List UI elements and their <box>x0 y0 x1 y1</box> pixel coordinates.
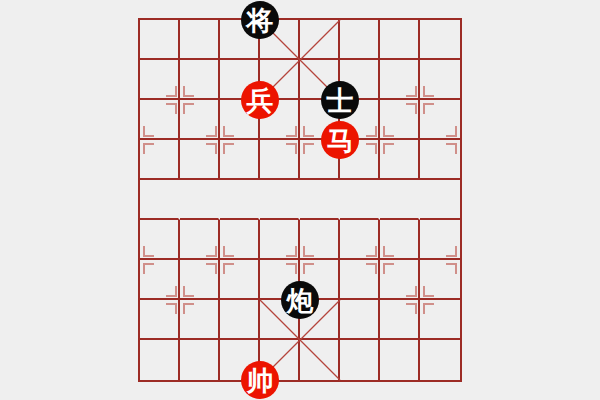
piece-black-general[interactable]: 将 <box>241 1 279 39</box>
pieces-layer: 将士炮兵马帅 <box>0 0 600 400</box>
piece-red-soldier[interactable]: 兵 <box>241 81 279 119</box>
piece-black-advisor[interactable]: 士 <box>321 81 359 119</box>
piece-red-general[interactable]: 帅 <box>241 361 279 399</box>
piece-black-cannon[interactable]: 炮 <box>281 281 319 319</box>
piece-red-horse[interactable]: 马 <box>321 121 359 159</box>
xiangqi-app-window: 将士炮兵马帅 <box>0 0 600 400</box>
